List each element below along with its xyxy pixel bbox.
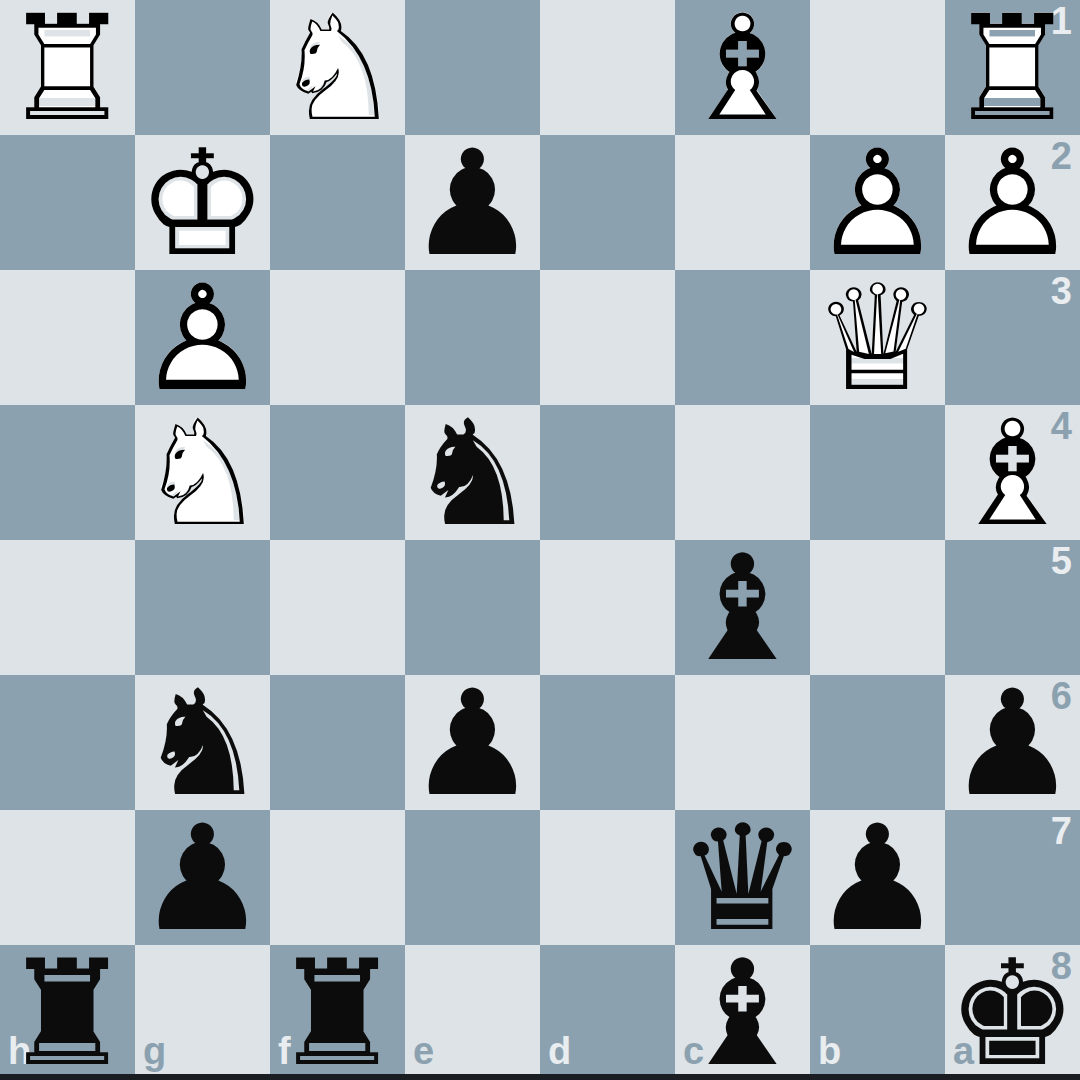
file-label-d: d: [548, 1032, 571, 1070]
piece-black-pawn[interactable]: ♟: [945, 675, 1080, 810]
square-d7[interactable]: [540, 810, 675, 945]
piece-black-pawn[interactable]: ♟: [405, 135, 540, 270]
square-f5[interactable]: [270, 540, 405, 675]
square-g2[interactable]: ♚♔: [135, 135, 270, 270]
square-h1[interactable]: ♜♖: [0, 0, 135, 135]
piece-white-queen[interactable]: ♛♕: [810, 270, 945, 405]
square-a1[interactable]: 1♜♖: [945, 0, 1080, 135]
square-d6[interactable]: [540, 675, 675, 810]
square-f2[interactable]: [270, 135, 405, 270]
square-g8[interactable]: g: [135, 945, 270, 1080]
white-rook-outline-icon: ♖: [0, 0, 135, 135]
square-c7[interactable]: ♛: [675, 810, 810, 945]
square-c3[interactable]: [675, 270, 810, 405]
square-d4[interactable]: [540, 405, 675, 540]
square-h8[interactable]: h♜: [0, 945, 135, 1080]
square-b5[interactable]: [810, 540, 945, 675]
rank-label-3: 3: [1051, 272, 1072, 310]
black-knight-icon: ♞: [405, 405, 540, 540]
square-e5[interactable]: [405, 540, 540, 675]
square-f4[interactable]: [270, 405, 405, 540]
black-pawn-icon: ♟: [405, 675, 540, 810]
black-king-icon: ♚: [945, 945, 1080, 1080]
piece-white-bishop[interactable]: ♝♗: [945, 405, 1080, 540]
square-c6[interactable]: [675, 675, 810, 810]
square-h6[interactable]: [0, 675, 135, 810]
square-a4[interactable]: 4♝♗: [945, 405, 1080, 540]
piece-black-king[interactable]: ♚: [945, 945, 1080, 1080]
piece-white-knight[interactable]: ♞♘: [135, 405, 270, 540]
piece-white-pawn[interactable]: ♟♙: [135, 270, 270, 405]
black-pawn-icon: ♟: [135, 810, 270, 945]
square-e8[interactable]: e: [405, 945, 540, 1080]
piece-white-rook[interactable]: ♜♖: [945, 0, 1080, 135]
piece-black-knight[interactable]: ♞: [135, 675, 270, 810]
square-e7[interactable]: [405, 810, 540, 945]
square-c8[interactable]: c♝: [675, 945, 810, 1080]
square-f3[interactable]: [270, 270, 405, 405]
white-queen-outline-icon: ♕: [810, 270, 945, 405]
square-d3[interactable]: [540, 270, 675, 405]
square-b2[interactable]: ♟♙: [810, 135, 945, 270]
square-e1[interactable]: [405, 0, 540, 135]
square-g4[interactable]: ♞♘: [135, 405, 270, 540]
square-f1[interactable]: ♞♘: [270, 0, 405, 135]
square-c1[interactable]: ♝♗: [675, 0, 810, 135]
black-pawn-icon: ♟: [810, 810, 945, 945]
piece-black-bishop[interactable]: ♝: [675, 945, 810, 1080]
white-pawn-outline-icon: ♙: [810, 135, 945, 270]
square-b3[interactable]: ♛♕: [810, 270, 945, 405]
square-a8[interactable]: 8a♚: [945, 945, 1080, 1080]
piece-black-pawn[interactable]: ♟: [135, 810, 270, 945]
square-g1[interactable]: [135, 0, 270, 135]
square-h5[interactable]: [0, 540, 135, 675]
square-a7[interactable]: 7: [945, 810, 1080, 945]
square-h4[interactable]: [0, 405, 135, 540]
square-b7[interactable]: ♟: [810, 810, 945, 945]
square-a2[interactable]: 2♟♙: [945, 135, 1080, 270]
square-h7[interactable]: [0, 810, 135, 945]
square-d8[interactable]: d: [540, 945, 675, 1080]
black-pawn-icon: ♟: [945, 675, 1080, 810]
black-bishop-icon: ♝: [675, 540, 810, 675]
square-h3[interactable]: [0, 270, 135, 405]
piece-black-pawn[interactable]: ♟: [405, 675, 540, 810]
black-queen-icon: ♛: [675, 810, 810, 945]
square-g7[interactable]: ♟: [135, 810, 270, 945]
square-e4[interactable]: ♞: [405, 405, 540, 540]
piece-white-bishop[interactable]: ♝♗: [675, 0, 810, 135]
square-c2[interactable]: [675, 135, 810, 270]
square-c5[interactable]: ♝: [675, 540, 810, 675]
square-d1[interactable]: [540, 0, 675, 135]
square-f7[interactable]: [270, 810, 405, 945]
square-f8[interactable]: f♜: [270, 945, 405, 1080]
square-e2[interactable]: ♟: [405, 135, 540, 270]
piece-black-queen[interactable]: ♛: [675, 810, 810, 945]
black-pawn-icon: ♟: [405, 135, 540, 270]
black-rook-icon: ♜: [0, 945, 135, 1080]
black-knight-icon: ♞: [135, 675, 270, 810]
square-a3[interactable]: 3: [945, 270, 1080, 405]
white-knight-outline-icon: ♘: [270, 0, 405, 135]
piece-black-knight[interactable]: ♞: [405, 405, 540, 540]
white-king-outline-icon: ♔: [135, 135, 270, 270]
square-g3[interactable]: ♟♙: [135, 270, 270, 405]
piece-white-pawn[interactable]: ♟♙: [945, 135, 1080, 270]
piece-black-bishop[interactable]: ♝: [675, 540, 810, 675]
bottom-edge-bar: [0, 1074, 1080, 1080]
white-pawn-outline-icon: ♙: [945, 135, 1080, 270]
white-bishop-outline-icon: ♗: [945, 405, 1080, 540]
white-knight-outline-icon: ♘: [135, 405, 270, 540]
white-pawn-outline-icon: ♙: [135, 270, 270, 405]
square-d2[interactable]: [540, 135, 675, 270]
rank-label-5: 5: [1051, 542, 1072, 580]
square-c4[interactable]: [675, 405, 810, 540]
square-b6[interactable]: [810, 675, 945, 810]
white-bishop-outline-icon: ♗: [675, 0, 810, 135]
black-bishop-icon: ♝: [675, 945, 810, 1080]
file-label-e: e: [413, 1032, 434, 1070]
square-b1[interactable]: [810, 0, 945, 135]
piece-black-rook[interactable]: ♜: [0, 945, 135, 1080]
piece-white-rook[interactable]: ♜♖: [0, 0, 135, 135]
square-g5[interactable]: [135, 540, 270, 675]
piece-black-pawn[interactable]: ♟: [810, 810, 945, 945]
black-rook-icon: ♜: [270, 945, 405, 1080]
file-label-g: g: [143, 1032, 166, 1070]
piece-white-king[interactable]: ♚♔: [135, 135, 270, 270]
piece-white-knight[interactable]: ♞♘: [270, 0, 405, 135]
square-b8[interactable]: b: [810, 945, 945, 1080]
square-a5[interactable]: 5: [945, 540, 1080, 675]
square-e3[interactable]: [405, 270, 540, 405]
square-a6[interactable]: 6♟: [945, 675, 1080, 810]
square-e6[interactable]: ♟: [405, 675, 540, 810]
rank-label-7: 7: [1051, 812, 1072, 850]
piece-white-pawn[interactable]: ♟♙: [810, 135, 945, 270]
piece-black-rook[interactable]: ♜: [270, 945, 405, 1080]
white-rook-outline-icon: ♖: [945, 0, 1080, 135]
square-h2[interactable]: [0, 135, 135, 270]
square-g6[interactable]: ♞: [135, 675, 270, 810]
square-d5[interactable]: [540, 540, 675, 675]
chess-board: ♜♖♞♘♝♗1♜♖♚♔♟♟♙2♟♙♟♙♛♕3♞♘♞4♝♗♝5♞♟6♟♟♛♟7h♜…: [0, 0, 1080, 1080]
square-b4[interactable]: [810, 405, 945, 540]
square-f6[interactable]: [270, 675, 405, 810]
file-label-b: b: [818, 1032, 841, 1070]
